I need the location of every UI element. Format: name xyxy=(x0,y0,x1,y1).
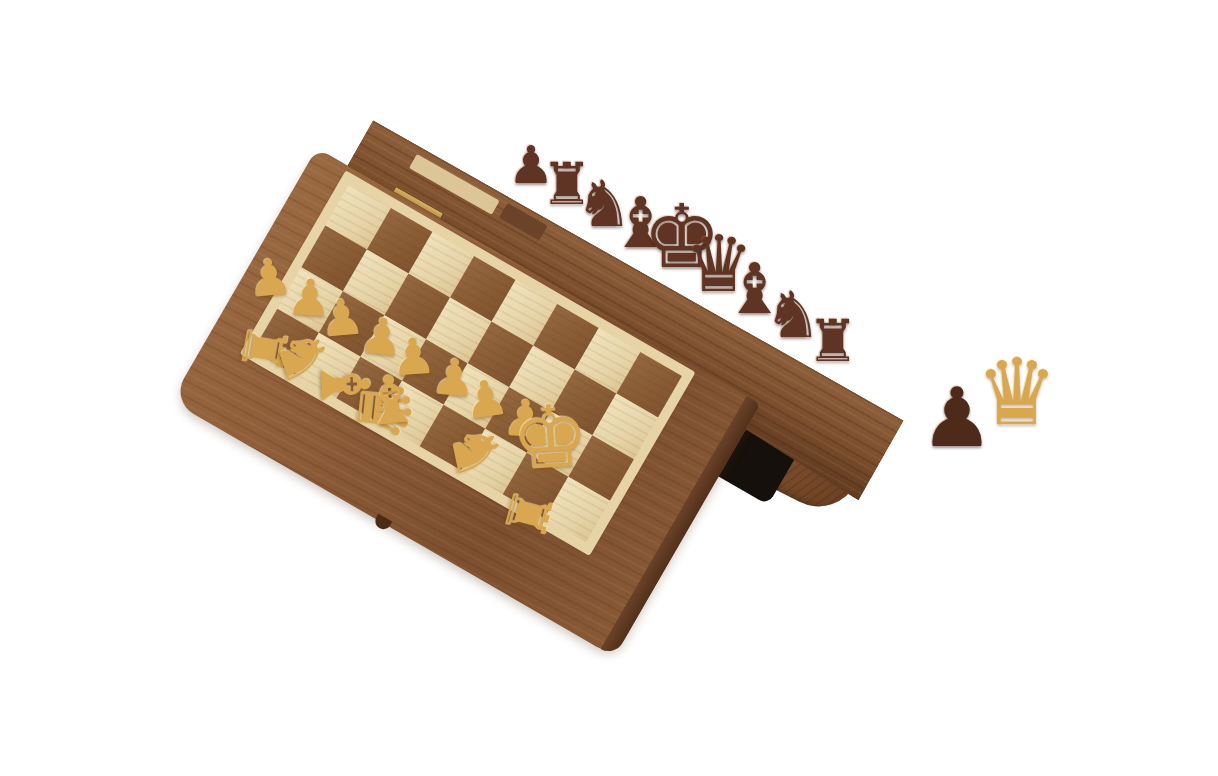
piece-black-rook: ♜ xyxy=(807,312,859,370)
product-photo-scene: ♟♜♞♝♚♛♝♞♜♟♟♟♟♟♟♟♟♜♞♝♛♝♞♚♜♟♛ xyxy=(0,0,1218,776)
piece-white-king: ♚ xyxy=(509,392,592,483)
piece-white-queen: ♛ xyxy=(976,347,1058,439)
piece-white-bishop: ♝ xyxy=(358,365,424,437)
